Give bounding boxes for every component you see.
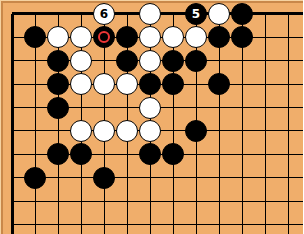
board-intersection[interactable] (277, 189, 300, 212)
board-intersection[interactable] (47, 143, 70, 166)
board-intersection[interactable] (24, 119, 47, 142)
board-intersection[interactable] (300, 26, 304, 49)
board-intersection[interactable] (162, 96, 185, 119)
board-intersection[interactable] (162, 26, 185, 49)
board-intersection[interactable] (93, 213, 116, 234)
board-intersection[interactable] (47, 49, 70, 72)
board-intersection[interactable] (24, 26, 47, 49)
board-intersection[interactable] (185, 49, 208, 72)
board-intersection[interactable] (277, 213, 300, 234)
white-stone (162, 26, 184, 48)
board-intersection[interactable] (116, 49, 139, 72)
white-stone (70, 50, 92, 72)
black-stone: 5 (185, 3, 207, 25)
board-intersection[interactable] (208, 166, 231, 189)
board-intersection[interactable] (70, 2, 93, 25)
white-stone (93, 120, 115, 142)
board-intersection[interactable]: 5 (185, 2, 208, 25)
board-intersection[interactable] (24, 189, 47, 212)
board-intersection[interactable]: 6 (93, 2, 116, 25)
board-intersection[interactable] (208, 143, 231, 166)
black-stone (70, 143, 92, 165)
board-intersection[interactable] (1, 2, 24, 25)
board-intersection[interactable] (208, 49, 231, 72)
board-intersection[interactable] (116, 2, 139, 25)
board-intersection[interactable] (24, 213, 47, 234)
board-intersection[interactable] (70, 119, 93, 142)
board-intersection[interactable] (254, 72, 277, 95)
circle-marker (98, 31, 110, 43)
board-intersection[interactable] (254, 189, 277, 212)
board-intersection[interactable] (70, 26, 93, 49)
board-intersection[interactable] (231, 96, 254, 119)
board-intersection[interactable] (300, 213, 304, 234)
board-intersection[interactable] (1, 189, 24, 212)
board-intersection[interactable] (300, 2, 304, 25)
board-intersection[interactable] (185, 72, 208, 95)
board-intersection[interactable] (208, 119, 231, 142)
board-intersection[interactable] (47, 166, 70, 189)
board-intersection[interactable] (254, 49, 277, 72)
board-intersection[interactable] (162, 119, 185, 142)
go-board-grid: 65 (1, 2, 304, 234)
board-intersection[interactable] (208, 189, 231, 212)
board-intersection[interactable] (1, 72, 24, 95)
board-intersection[interactable] (254, 26, 277, 49)
black-stone (162, 50, 184, 72)
board-intersection[interactable] (139, 143, 162, 166)
board-intersection[interactable] (254, 213, 277, 234)
board-intersection[interactable] (70, 166, 93, 189)
board-intersection[interactable] (300, 189, 304, 212)
black-stone (139, 143, 161, 165)
black-stone (47, 50, 69, 72)
board-intersection[interactable] (116, 96, 139, 119)
board-intersection[interactable] (277, 26, 300, 49)
board-intersection[interactable] (24, 72, 47, 95)
board-intersection[interactable] (70, 96, 93, 119)
board-intersection[interactable] (231, 189, 254, 212)
board-intersection[interactable] (139, 189, 162, 212)
black-stone (93, 167, 115, 189)
black-stone (93, 26, 115, 48)
board-intersection[interactable] (139, 2, 162, 25)
board-intersection[interactable] (139, 166, 162, 189)
black-stone (47, 73, 69, 95)
white-stone (116, 73, 138, 95)
white-stone (208, 3, 230, 25)
board-intersection[interactable] (47, 213, 70, 234)
go-board-diagram: 65 (0, 0, 303, 234)
black-stone (162, 143, 184, 165)
board-intersection[interactable] (24, 96, 47, 119)
black-stone (116, 50, 138, 72)
board-intersection[interactable] (1, 143, 24, 166)
black-stone (139, 73, 161, 95)
board-intersection[interactable] (162, 166, 185, 189)
board-intersection[interactable] (162, 72, 185, 95)
board-intersection[interactable] (208, 26, 231, 49)
board-intersection[interactable] (139, 119, 162, 142)
board-intersection[interactable] (277, 143, 300, 166)
board-intersection[interactable] (231, 166, 254, 189)
board-intersection[interactable] (185, 213, 208, 234)
board-intersection[interactable] (231, 119, 254, 142)
board-intersection[interactable] (231, 72, 254, 95)
board-intersection[interactable] (300, 119, 304, 142)
board-intersection[interactable] (70, 189, 93, 212)
board-intersection[interactable] (47, 26, 70, 49)
board-intersection[interactable] (162, 143, 185, 166)
black-stone (116, 26, 138, 48)
board-intersection[interactable] (277, 166, 300, 189)
black-stone (24, 167, 46, 189)
board-intersection[interactable] (231, 49, 254, 72)
white-stone (185, 26, 207, 48)
board-intersection[interactable] (116, 213, 139, 234)
black-stone (208, 26, 230, 48)
board-intersection[interactable] (139, 96, 162, 119)
white-stone (70, 120, 92, 142)
board-intersection[interactable] (93, 119, 116, 142)
board-intersection[interactable] (277, 2, 300, 25)
white-stone: 6 (93, 3, 115, 25)
board-intersection[interactable] (93, 189, 116, 212)
board-intersection[interactable] (300, 96, 304, 119)
white-stone (93, 73, 115, 95)
black-stone (231, 3, 253, 25)
board-intersection[interactable] (277, 96, 300, 119)
board-intersection[interactable] (162, 2, 185, 25)
board-intersection[interactable] (139, 213, 162, 234)
board-intersection[interactable] (139, 26, 162, 49)
board-intersection[interactable] (24, 143, 47, 166)
board-intersection[interactable] (93, 26, 116, 49)
board-intersection[interactable] (231, 213, 254, 234)
board-intersection[interactable] (185, 143, 208, 166)
board-intersection[interactable] (277, 119, 300, 142)
board-intersection[interactable] (47, 119, 70, 142)
board-intersection[interactable] (47, 72, 70, 95)
board-intersection[interactable] (47, 189, 70, 212)
board-intersection[interactable] (1, 213, 24, 234)
board-intersection[interactable] (1, 49, 24, 72)
board-intersection[interactable] (185, 166, 208, 189)
board-intersection[interactable] (24, 166, 47, 189)
board-intersection[interactable] (277, 49, 300, 72)
board-intersection[interactable] (116, 166, 139, 189)
board-intersection[interactable] (162, 49, 185, 72)
black-stone (162, 73, 184, 95)
move-number-label: 6 (100, 8, 108, 20)
board-intersection[interactable] (1, 119, 24, 142)
board-intersection[interactable] (70, 72, 93, 95)
board-intersection[interactable] (93, 96, 116, 119)
black-stone (24, 26, 46, 48)
board-intersection[interactable] (208, 72, 231, 95)
board-intersection[interactable] (93, 143, 116, 166)
board-intersection[interactable] (1, 96, 24, 119)
black-stone (185, 50, 207, 72)
board-intersection[interactable] (300, 166, 304, 189)
board-intersection[interactable] (1, 166, 24, 189)
board-intersection[interactable] (116, 72, 139, 95)
board-intersection[interactable] (300, 49, 304, 72)
board-intersection[interactable] (47, 96, 70, 119)
board-intersection[interactable] (231, 26, 254, 49)
move-number-label: 5 (192, 8, 200, 20)
board-intersection[interactable] (254, 166, 277, 189)
board-intersection[interactable] (185, 96, 208, 119)
board-intersection[interactable] (300, 143, 304, 166)
white-stone (139, 97, 161, 119)
board-intersection[interactable] (24, 49, 47, 72)
board-intersection[interactable] (254, 143, 277, 166)
board-intersection[interactable] (162, 189, 185, 212)
board-intersection[interactable] (116, 189, 139, 212)
board-intersection[interactable] (139, 49, 162, 72)
board-intersection[interactable] (93, 72, 116, 95)
board-intersection[interactable] (277, 72, 300, 95)
board-intersection[interactable] (231, 2, 254, 25)
black-stone (47, 97, 69, 119)
board-intersection[interactable] (208, 96, 231, 119)
black-stone (47, 143, 69, 165)
white-stone (70, 73, 92, 95)
white-stone (139, 50, 161, 72)
white-stone (70, 26, 92, 48)
board-intersection[interactable] (1, 26, 24, 49)
white-stone (139, 26, 161, 48)
board-intersection[interactable] (93, 166, 116, 189)
board-intersection[interactable] (70, 49, 93, 72)
black-stone (185, 120, 207, 142)
board-intersection[interactable] (208, 213, 231, 234)
white-stone (139, 3, 161, 25)
board-intersection[interactable] (254, 119, 277, 142)
white-stone (116, 120, 138, 142)
board-intersection[interactable] (162, 213, 185, 234)
board-intersection[interactable] (254, 2, 277, 25)
board-intersection[interactable] (70, 143, 93, 166)
board-intersection[interactable] (185, 119, 208, 142)
board-intersection[interactable] (139, 72, 162, 95)
board-intersection[interactable] (185, 26, 208, 49)
board-intersection[interactable] (70, 213, 93, 234)
board-intersection[interactable] (208, 2, 231, 25)
board-intersection[interactable] (47, 2, 70, 25)
white-stone (47, 26, 69, 48)
board-intersection[interactable] (116, 26, 139, 49)
white-stone (139, 120, 161, 142)
board-intersection[interactable] (24, 2, 47, 25)
black-stone (231, 26, 253, 48)
board-intersection[interactable] (116, 119, 139, 142)
board-intersection[interactable] (231, 143, 254, 166)
black-stone (208, 73, 230, 95)
board-intersection[interactable] (300, 72, 304, 95)
board-intersection[interactable] (116, 143, 139, 166)
board-intersection[interactable] (93, 49, 116, 72)
board-intersection[interactable] (185, 189, 208, 212)
board-intersection[interactable] (254, 96, 277, 119)
